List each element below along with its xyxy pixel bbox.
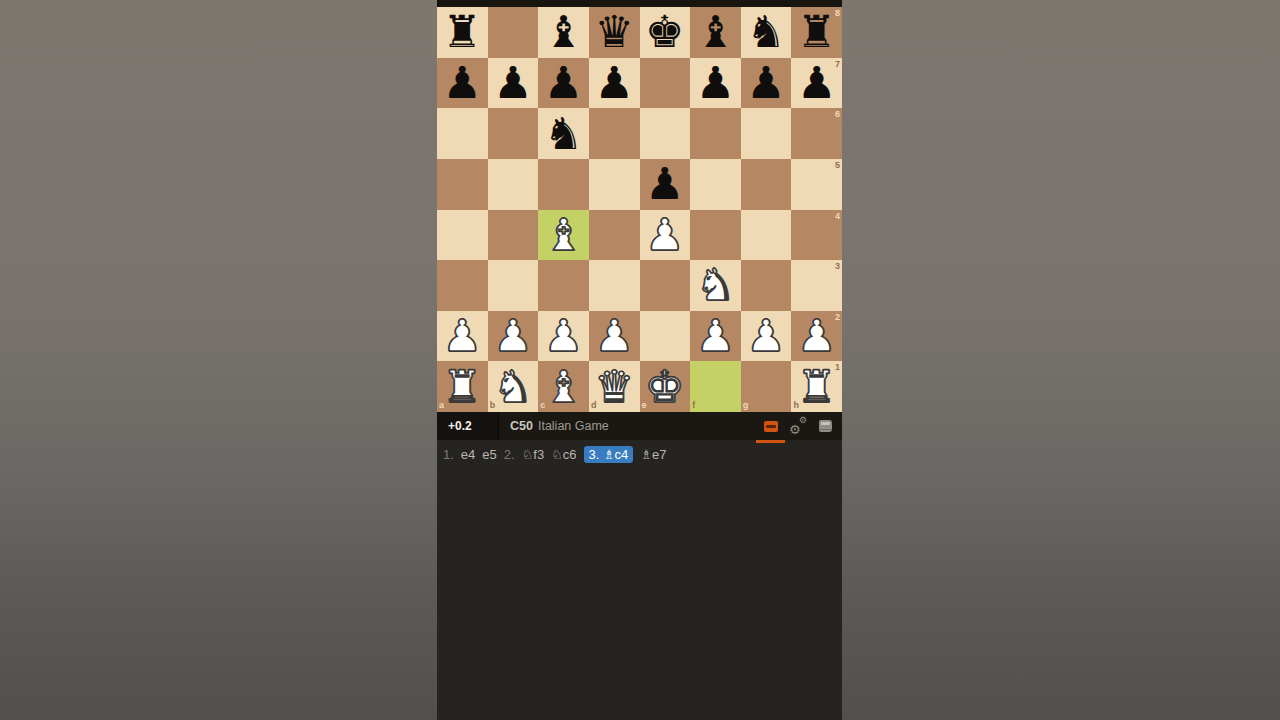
piece-black-pawn[interactable]: ♟ bbox=[797, 61, 836, 105]
square-h2[interactable]: ♟2 bbox=[791, 311, 842, 362]
piece-black-pawn[interactable]: ♟ bbox=[544, 61, 583, 105]
action-menu-button[interactable]: ⚙⚙ bbox=[790, 418, 806, 434]
piece-black-knight[interactable]: ♞ bbox=[746, 10, 785, 54]
rank-label-4: 4 bbox=[835, 212, 840, 221]
piece-white-king[interactable]: ♚ bbox=[645, 365, 684, 409]
rank-label-2: 2 bbox=[835, 313, 840, 322]
square-d1[interactable]: ♛d bbox=[589, 361, 640, 412]
square-g2[interactable]: ♟ bbox=[741, 311, 792, 362]
piece-white-pawn[interactable]: ♟ bbox=[443, 314, 482, 358]
rank-label-7: 7 bbox=[835, 60, 840, 69]
square-c4[interactable]: ♝ bbox=[538, 210, 589, 261]
file-label-a: a bbox=[439, 401, 444, 410]
toolbar-icons: ⚙⚙ bbox=[763, 418, 842, 434]
piece-white-bishop[interactable]: ♝ bbox=[544, 213, 583, 257]
piece-black-pawn[interactable]: ♟ bbox=[696, 61, 735, 105]
square-g7[interactable]: ♟ bbox=[741, 58, 792, 109]
square-a4[interactable] bbox=[437, 210, 488, 261]
move-number: 2. bbox=[504, 447, 515, 462]
eval-value: +0.2 bbox=[448, 419, 472, 433]
square-d5[interactable] bbox=[589, 159, 640, 210]
square-h7[interactable]: ♟7 bbox=[791, 58, 842, 109]
square-c8[interactable]: ♝ bbox=[538, 7, 589, 58]
piece-black-bishop[interactable]: ♝ bbox=[696, 10, 735, 54]
square-c5[interactable] bbox=[538, 159, 589, 210]
piece-black-pawn[interactable]: ♟ bbox=[746, 61, 785, 105]
file-label-f: f bbox=[692, 401, 695, 410]
square-f7[interactable]: ♟ bbox=[690, 58, 741, 109]
square-e5[interactable]: ♟ bbox=[640, 159, 691, 210]
square-g8[interactable]: ♞ bbox=[741, 7, 792, 58]
move-current[interactable]: 3. ♗c4 bbox=[584, 446, 634, 463]
square-f1[interactable]: f bbox=[690, 361, 741, 412]
square-a8[interactable]: ♜ bbox=[437, 7, 488, 58]
rank-label-8: 8 bbox=[835, 9, 840, 18]
move[interactable]: e5 bbox=[482, 447, 496, 462]
piece-white-queen[interactable]: ♛ bbox=[594, 365, 633, 409]
piece-white-rook[interactable]: ♜ bbox=[797, 365, 836, 409]
rank-label-6: 6 bbox=[835, 110, 840, 119]
file-label-h: h bbox=[793, 401, 799, 410]
square-d6[interactable] bbox=[589, 108, 640, 159]
piece-black-knight[interactable]: ♞ bbox=[544, 112, 583, 156]
square-a2[interactable]: ♟ bbox=[437, 311, 488, 362]
square-e7[interactable] bbox=[640, 58, 691, 109]
square-g3[interactable] bbox=[741, 260, 792, 311]
piece-white-knight[interactable]: ♞ bbox=[493, 365, 532, 409]
empty-panel bbox=[437, 467, 842, 720]
square-e8[interactable]: ♚ bbox=[640, 7, 691, 58]
square-h6[interactable]: 6 bbox=[791, 108, 842, 159]
move[interactable]: e4 bbox=[461, 447, 475, 462]
square-c6[interactable]: ♞ bbox=[538, 108, 589, 159]
move[interactable]: ♗e7 bbox=[640, 447, 666, 462]
square-b1[interactable]: ♞b bbox=[488, 361, 539, 412]
square-f5[interactable] bbox=[690, 159, 741, 210]
piece-black-pawn[interactable]: ♟ bbox=[594, 61, 633, 105]
square-b2[interactable]: ♟ bbox=[488, 311, 539, 362]
square-a6[interactable] bbox=[437, 108, 488, 159]
square-d7[interactable]: ♟ bbox=[589, 58, 640, 109]
rank-label-5: 5 bbox=[835, 161, 840, 170]
action-menu-gears-icon: ⚙⚙ bbox=[790, 419, 806, 434]
square-a5[interactable] bbox=[437, 159, 488, 210]
square-f8[interactable]: ♝ bbox=[690, 7, 741, 58]
piece-white-rook[interactable]: ♜ bbox=[443, 365, 482, 409]
square-h5[interactable]: 5 bbox=[791, 159, 842, 210]
piece-black-pawn[interactable]: ♟ bbox=[493, 61, 532, 105]
piece-white-pawn[interactable]: ♟ bbox=[544, 314, 583, 358]
square-a7[interactable]: ♟ bbox=[437, 58, 488, 109]
eval-badge: +0.2 bbox=[437, 412, 499, 440]
square-f4[interactable] bbox=[690, 210, 741, 261]
square-h1[interactable]: ♜1h bbox=[791, 361, 842, 412]
square-f3[interactable]: ♞ bbox=[690, 260, 741, 311]
piece-white-pawn[interactable]: ♟ bbox=[645, 213, 684, 257]
square-e3[interactable] bbox=[640, 260, 691, 311]
square-a3[interactable] bbox=[437, 260, 488, 311]
square-g6[interactable] bbox=[741, 108, 792, 159]
square-e2[interactable] bbox=[640, 311, 691, 362]
board[interactable]: ♜♝♛♚♝♞♜8♟♟♟♟♟♟♟7♞6♟5♝♟4♞3♟♟♟♟♟♟♟2♜a♞b♝c♛… bbox=[437, 7, 842, 412]
notation-panel-tab[interactable] bbox=[763, 418, 779, 434]
square-b5[interactable] bbox=[488, 159, 539, 210]
square-b4[interactable] bbox=[488, 210, 539, 261]
notation-panel-icon bbox=[764, 421, 778, 432]
piece-black-king[interactable]: ♚ bbox=[645, 10, 684, 54]
opening-label: C50 Italian Game bbox=[510, 419, 609, 433]
square-f2[interactable]: ♟ bbox=[690, 311, 741, 362]
square-h8[interactable]: ♜8 bbox=[791, 7, 842, 58]
piece-black-queen[interactable]: ♛ bbox=[594, 10, 633, 54]
square-e1[interactable]: ♚e bbox=[640, 361, 691, 412]
app-column: ♜♝♛♚♝♞♜8♟♟♟♟♟♟♟7♞6♟5♝♟4♞3♟♟♟♟♟♟♟2♜a♞b♝c♛… bbox=[437, 0, 842, 720]
file-label-d: d bbox=[591, 401, 597, 410]
square-d4[interactable] bbox=[589, 210, 640, 261]
square-e6[interactable] bbox=[640, 108, 691, 159]
square-d3[interactable] bbox=[589, 260, 640, 311]
piece-white-knight[interactable]: ♞ bbox=[696, 263, 735, 307]
piece-white-pawn[interactable]: ♟ bbox=[594, 314, 633, 358]
move-list: 1.e4e52.♘f3♘c63. ♗c4♗e7 bbox=[437, 440, 842, 467]
move[interactable]: ♘c6 bbox=[551, 447, 576, 462]
square-b3[interactable] bbox=[488, 260, 539, 311]
square-e4[interactable]: ♟ bbox=[640, 210, 691, 261]
square-a1[interactable]: ♜a bbox=[437, 361, 488, 412]
move[interactable]: ♘f3 bbox=[522, 447, 545, 462]
square-c3[interactable] bbox=[538, 260, 589, 311]
piece-black-pawn[interactable]: ♟ bbox=[645, 162, 684, 206]
square-g4[interactable] bbox=[741, 210, 792, 261]
square-g1[interactable]: g bbox=[741, 361, 792, 412]
rank-label-3: 3 bbox=[835, 262, 840, 271]
square-g5[interactable] bbox=[741, 159, 792, 210]
opening-name: Italian Game bbox=[538, 419, 609, 433]
square-h3[interactable]: 3 bbox=[791, 260, 842, 311]
piece-black-pawn[interactable]: ♟ bbox=[443, 61, 482, 105]
square-d8[interactable]: ♛ bbox=[589, 7, 640, 58]
piece-white-pawn[interactable]: ♟ bbox=[746, 314, 785, 358]
file-label-b: b bbox=[490, 401, 496, 410]
opening-book-button[interactable] bbox=[817, 418, 833, 434]
piece-black-bishop[interactable]: ♝ bbox=[544, 10, 583, 54]
piece-white-pawn[interactable]: ♟ bbox=[493, 314, 532, 358]
rank-label-1: 1 bbox=[835, 363, 840, 372]
square-c7[interactable]: ♟ bbox=[538, 58, 589, 109]
square-b6[interactable] bbox=[488, 108, 539, 159]
file-label-g: g bbox=[743, 401, 749, 410]
square-c1[interactable]: ♝c bbox=[538, 361, 589, 412]
piece-white-bishop[interactable]: ♝ bbox=[544, 365, 583, 409]
piece-white-pawn[interactable]: ♟ bbox=[797, 314, 836, 358]
analysis-toolbar: +0.2 C50 Italian Game ⚙⚙ bbox=[437, 412, 842, 440]
move-number: 1. bbox=[443, 447, 454, 462]
piece-black-rook[interactable]: ♜ bbox=[797, 10, 836, 54]
piece-white-pawn[interactable]: ♟ bbox=[696, 314, 735, 358]
square-f6[interactable] bbox=[690, 108, 741, 159]
file-label-e: e bbox=[642, 401, 647, 410]
file-label-c: c bbox=[540, 401, 545, 410]
square-b8[interactable] bbox=[488, 7, 539, 58]
active-tab-underline bbox=[756, 440, 785, 443]
square-b7[interactable]: ♟ bbox=[488, 58, 539, 109]
square-d2[interactable]: ♟ bbox=[589, 311, 640, 362]
opening-book-icon bbox=[819, 420, 832, 432]
opening-code: C50 bbox=[510, 419, 533, 433]
piece-black-rook[interactable]: ♜ bbox=[443, 10, 482, 54]
square-c2[interactable]: ♟ bbox=[538, 311, 589, 362]
square-h4[interactable]: 4 bbox=[791, 210, 842, 261]
